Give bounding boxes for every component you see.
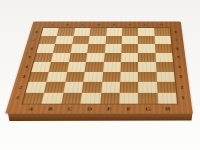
file-label: D (91, 22, 107, 27)
square-d5[interactable] (86, 53, 104, 62)
rank-label: 7 (171, 36, 181, 44)
rank-label: 5 (173, 53, 184, 62)
file-label: E (99, 104, 119, 112)
square-c2[interactable] (63, 82, 83, 93)
square-h3[interactable] (156, 72, 175, 82)
chess-board: ABCDEFGH 87654321 87654321 ABCDEFGH (5, 21, 193, 113)
square-b4[interactable] (49, 62, 69, 72)
square-h1[interactable] (157, 92, 177, 103)
square-f1[interactable] (119, 92, 138, 103)
square-b1[interactable] (42, 92, 63, 103)
rank-label: 8 (171, 28, 181, 36)
square-c1[interactable] (61, 92, 82, 103)
square-d4[interactable] (85, 62, 104, 72)
square-c3[interactable] (65, 72, 85, 82)
square-e4[interactable] (103, 62, 121, 72)
square-f3[interactable] (120, 72, 138, 82)
square-d7[interactable] (89, 36, 106, 44)
square-f4[interactable] (120, 62, 138, 72)
square-h8[interactable] (154, 28, 171, 36)
square-g3[interactable] (138, 72, 156, 82)
square-d2[interactable] (82, 82, 102, 93)
square-g8[interactable] (138, 28, 154, 36)
square-b6[interactable] (53, 44, 72, 53)
file-labels-bottom: ABCDEFGH (20, 104, 178, 112)
square-e6[interactable] (104, 44, 121, 53)
square-c5[interactable] (69, 53, 88, 62)
square-c6[interactable] (70, 44, 88, 53)
square-b2[interactable] (45, 82, 66, 93)
square-b3[interactable] (47, 72, 67, 82)
square-d1[interactable] (81, 92, 101, 103)
square-h2[interactable] (157, 82, 176, 93)
square-d8[interactable] (90, 28, 107, 36)
rank-label: 1 (177, 92, 189, 103)
square-f5[interactable] (121, 53, 138, 62)
file-label: B (40, 104, 61, 112)
rank-label: 4 (174, 62, 185, 72)
square-b5[interactable] (51, 53, 70, 62)
square-f2[interactable] (120, 82, 139, 93)
square-c7[interactable] (72, 36, 90, 44)
board-grid (23, 28, 177, 104)
square-h6[interactable] (155, 44, 172, 53)
square-g7[interactable] (138, 36, 155, 44)
square-b8[interactable] (57, 28, 75, 36)
file-label: F (119, 104, 139, 112)
file-label: A (43, 22, 60, 27)
square-g6[interactable] (138, 44, 155, 53)
file-label: H (158, 104, 178, 112)
rank-label: 2 (176, 82, 188, 93)
file-label: B (59, 22, 76, 27)
rank-label: 6 (172, 44, 183, 53)
file-label: A (20, 104, 42, 112)
file-label: H (154, 22, 170, 27)
square-e8[interactable] (106, 28, 122, 36)
square-e7[interactable] (105, 36, 122, 44)
square-d6[interactable] (87, 44, 105, 53)
square-f8[interactable] (122, 28, 138, 36)
file-label: F (122, 22, 138, 27)
file-label: C (75, 22, 91, 27)
square-f7[interactable] (122, 36, 139, 44)
rank-label: 3 (175, 72, 187, 82)
square-b7[interactable] (55, 36, 73, 44)
square-e1[interactable] (100, 92, 120, 103)
square-g4[interactable] (138, 62, 156, 72)
file-label: D (79, 104, 99, 112)
square-d3[interactable] (83, 72, 102, 82)
square-h4[interactable] (156, 62, 174, 72)
file-label: G (138, 22, 154, 27)
square-g1[interactable] (138, 92, 157, 103)
file-label: E (107, 22, 123, 27)
file-label: C (60, 104, 81, 112)
file-labels-top: ABCDEFGH (43, 22, 169, 27)
square-g5[interactable] (138, 53, 155, 62)
square-h5[interactable] (155, 53, 173, 62)
square-c8[interactable] (73, 28, 90, 36)
file-label: G (138, 104, 158, 112)
square-h7[interactable] (154, 36, 171, 44)
square-e2[interactable] (101, 82, 120, 93)
chessboard-photo: ABCDEFGH 87654321 87654321 ABCDEFGH (0, 0, 200, 150)
square-e3[interactable] (102, 72, 121, 82)
square-f6[interactable] (121, 44, 138, 53)
square-c4[interactable] (67, 62, 86, 72)
square-e5[interactable] (104, 53, 122, 62)
square-g2[interactable] (138, 82, 157, 93)
